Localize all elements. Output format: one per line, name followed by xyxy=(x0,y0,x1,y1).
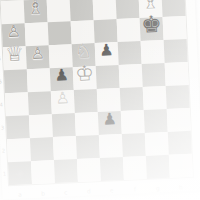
square-b8: ♗ xyxy=(24,0,48,23)
square-h4 xyxy=(166,85,190,109)
square-b3 xyxy=(29,114,53,138)
square-h7 xyxy=(163,16,187,40)
rank-label-1: 1 xyxy=(1,161,8,184)
square-c7 xyxy=(48,21,72,45)
file-label-a: a xyxy=(8,190,31,198)
square-h1 xyxy=(169,154,193,178)
square-h3 xyxy=(167,108,191,132)
square-h8 xyxy=(162,0,186,17)
square-d3 xyxy=(75,112,99,136)
square-g8: ♗ xyxy=(139,0,163,18)
chessboard: ♗♗♙♚♕♙♘♟♟♔♙♟◈ xyxy=(0,0,194,186)
corner-emblem-icon: ◈ xyxy=(8,161,32,185)
square-a7: ♙ xyxy=(2,23,26,47)
photo-frame: ♗♗♙♚♕♙♘♟♟♔♙♟◈ abcdefgh 87654321 xyxy=(0,0,200,200)
square-c1 xyxy=(54,159,78,183)
square-d2 xyxy=(76,135,100,159)
square-h6 xyxy=(164,39,188,63)
rank-label-2: 2 xyxy=(0,138,7,161)
square-g3 xyxy=(144,109,168,133)
square-c5: ♟ xyxy=(50,67,74,91)
square-g7: ♚ xyxy=(140,17,164,41)
square-a8 xyxy=(1,0,25,24)
square-e1 xyxy=(100,157,124,181)
square-f7 xyxy=(117,18,141,42)
square-c3 xyxy=(52,113,76,137)
square-e4 xyxy=(97,88,121,112)
square-e8 xyxy=(93,0,117,20)
square-b7 xyxy=(25,22,49,46)
square-e7 xyxy=(94,19,118,43)
file-label-b: b xyxy=(31,189,54,197)
square-a5 xyxy=(4,69,28,93)
file-labels: abcdefgh xyxy=(8,183,192,198)
square-b6: ♙ xyxy=(26,45,50,69)
piece-white-bishop-g8: ♗ xyxy=(138,0,162,14)
square-c4: ♙ xyxy=(51,90,75,114)
file-label-g: g xyxy=(146,184,169,192)
square-c2 xyxy=(53,136,77,160)
square-a3 xyxy=(6,115,30,139)
square-d8 xyxy=(70,0,94,21)
square-d7 xyxy=(71,20,95,44)
square-f1 xyxy=(123,156,147,180)
rank-label-3: 3 xyxy=(0,115,6,138)
square-h2 xyxy=(168,131,192,155)
square-f4 xyxy=(120,87,144,111)
square-f8 xyxy=(116,0,140,19)
square-c8 xyxy=(47,0,71,22)
square-d1 xyxy=(77,158,101,182)
square-a4 xyxy=(5,92,29,116)
square-e6: ♟ xyxy=(95,42,119,66)
square-b4 xyxy=(28,91,52,115)
square-b2 xyxy=(30,137,54,161)
file-label-f: f xyxy=(123,185,146,193)
file-label-h: h xyxy=(169,183,192,191)
square-d5: ♔ xyxy=(73,66,97,90)
file-label-e: e xyxy=(100,186,123,194)
square-a2 xyxy=(7,138,31,162)
square-d4 xyxy=(74,89,98,113)
board-border: ♗♗♙♚♕♙♘♟♟♔♙♟◈ abcdefgh 87654321 xyxy=(0,0,200,199)
file-label-c: c xyxy=(54,188,77,196)
square-f3 xyxy=(121,110,145,134)
square-a6: ♕ xyxy=(3,46,27,70)
square-b1 xyxy=(31,160,55,184)
square-d6: ♘ xyxy=(72,43,96,67)
square-b5 xyxy=(27,68,51,92)
square-a1: ◈ xyxy=(8,161,32,185)
square-g6 xyxy=(141,40,165,64)
square-g5 xyxy=(142,63,166,87)
square-c6 xyxy=(49,44,73,68)
square-g4 xyxy=(143,86,167,110)
square-g1 xyxy=(146,155,170,179)
square-e5 xyxy=(96,65,120,89)
piece-white-bishop-b8: ♗ xyxy=(23,0,47,19)
square-e2 xyxy=(99,134,123,158)
square-g2 xyxy=(145,132,169,156)
square-h5 xyxy=(165,62,189,86)
square-e3: ♟ xyxy=(98,111,122,135)
file-label-d: d xyxy=(77,187,100,195)
square-f6 xyxy=(118,41,142,65)
square-f2 xyxy=(122,133,146,157)
square-f5 xyxy=(119,64,143,88)
